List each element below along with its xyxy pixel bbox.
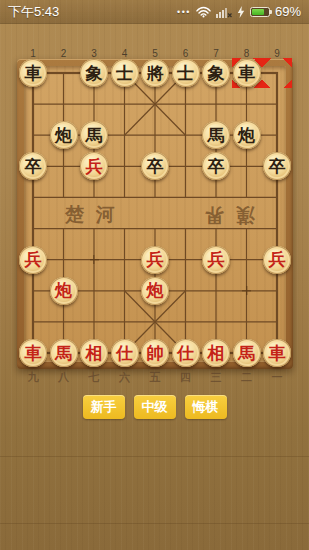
piece-glyph: 兵 — [86, 158, 103, 175]
piece-black-elephant[interactable]: 象 — [80, 59, 108, 87]
file-label: 三 — [208, 370, 224, 385]
piece-glyph: 卒 — [25, 158, 42, 175]
piece-glyph: 卒 — [269, 158, 286, 175]
intermediate-button[interactable]: 中级 — [134, 395, 176, 419]
piece-glyph: 兵 — [269, 251, 286, 268]
piece-glyph: 兵 — [147, 251, 164, 268]
file-label: 一 — [269, 370, 285, 385]
piece-glyph: 車 — [238, 65, 255, 82]
piece-black-cannon[interactable]: 炮 — [50, 121, 78, 149]
river-label-right: 漢界 — [193, 202, 255, 228]
novice-button[interactable]: 新手 — [83, 395, 125, 419]
piece-black-cannon[interactable]: 炮 — [233, 121, 261, 149]
file-label: 九 — [25, 370, 41, 385]
battery-percent: 69% — [275, 4, 301, 19]
file-label: 六 — [117, 370, 133, 385]
piece-glyph: 將 — [147, 65, 164, 82]
file-label: 1 — [25, 48, 41, 59]
xiangqi-board[interactable]: 楚河 漢界 車象士將士象車炮馬馬炮卒兵卒卒卒兵兵兵兵炮炮車馬相仕帥仕相馬車 — [17, 59, 293, 369]
charging-icon — [237, 6, 245, 18]
point-marker — [242, 286, 251, 295]
difficulty-controls: 新手 中级 悔棋 — [0, 395, 309, 419]
file-label: 5 — [147, 48, 163, 59]
file-label: 八 — [56, 370, 72, 385]
battery-icon — [250, 7, 270, 17]
piece-glyph: 帥 — [147, 345, 164, 362]
piece-red-cannon[interactable]: 炮 — [50, 277, 78, 305]
piece-glyph: 馬 — [238, 345, 255, 362]
piece-black-soldier[interactable]: 卒 — [263, 152, 291, 180]
app-screen: 下午5:43 ••• 69% 123456789 — [0, 0, 309, 550]
file-label: 3 — [86, 48, 102, 59]
piece-glyph: 相 — [86, 345, 103, 362]
file-labels-bottom: 九八七六五四三二一 — [0, 370, 309, 383]
piece-black-elephant[interactable]: 象 — [202, 59, 230, 87]
piece-glyph: 象 — [208, 65, 225, 82]
piece-glyph: 炮 — [238, 127, 255, 144]
piece-red-soldier[interactable]: 兵 — [202, 246, 230, 274]
status-bar: 下午5:43 ••• 69% — [0, 0, 309, 24]
file-label: 6 — [178, 48, 194, 59]
piece-black-general[interactable]: 將 — [141, 59, 169, 87]
river-label-left: 楚河 — [65, 202, 127, 228]
piece-black-chariot[interactable]: 車 — [19, 59, 47, 87]
piece-red-horse[interactable]: 馬 — [233, 339, 261, 367]
piece-black-chariot[interactable]: 車 — [233, 59, 261, 87]
piece-red-cannon[interactable]: 炮 — [141, 277, 169, 305]
piece-glyph: 車 — [269, 345, 286, 362]
piece-glyph: 炮 — [55, 127, 72, 144]
piece-red-chariot[interactable]: 車 — [19, 339, 47, 367]
piece-black-advisor[interactable]: 士 — [111, 59, 139, 87]
piece-glyph: 馬 — [208, 127, 225, 144]
piece-glyph: 士 — [177, 65, 194, 82]
undo-button[interactable]: 悔棋 — [185, 395, 227, 419]
piece-red-elephant[interactable]: 相 — [202, 339, 230, 367]
piece-red-advisor[interactable]: 仕 — [172, 339, 200, 367]
piece-glyph: 卒 — [147, 158, 164, 175]
last-move-marker — [262, 58, 292, 88]
piece-red-advisor[interactable]: 仕 — [111, 339, 139, 367]
piece-red-elephant[interactable]: 相 — [80, 339, 108, 367]
wood-seam — [0, 523, 309, 524]
piece-glyph: 馬 — [86, 127, 103, 144]
piece-glyph: 兵 — [208, 251, 225, 268]
piece-glyph: 炮 — [147, 282, 164, 299]
more-icon: ••• — [177, 7, 191, 17]
piece-glyph: 兵 — [25, 251, 42, 268]
point-marker — [90, 255, 99, 264]
piece-glyph: 象 — [86, 65, 103, 82]
piece-red-chariot[interactable]: 車 — [263, 339, 291, 367]
battery-fill — [252, 9, 264, 15]
piece-glyph: 士 — [116, 65, 133, 82]
piece-glyph: 馬 — [55, 345, 72, 362]
piece-glyph: 仕 — [177, 345, 194, 362]
piece-glyph: 炮 — [55, 282, 72, 299]
piece-glyph: 仕 — [116, 345, 133, 362]
signal-strength-icon — [216, 6, 232, 18]
status-icons: ••• 69% — [177, 4, 301, 19]
file-label: 五 — [147, 370, 163, 385]
piece-red-horse[interactable]: 馬 — [50, 339, 78, 367]
piece-red-soldier[interactable]: 兵 — [141, 246, 169, 274]
file-label: 7 — [208, 48, 224, 59]
piece-glyph: 相 — [208, 345, 225, 362]
piece-black-advisor[interactable]: 士 — [172, 59, 200, 87]
wifi-icon — [196, 6, 211, 18]
wood-seam — [0, 456, 309, 457]
piece-glyph: 車 — [25, 345, 42, 362]
piece-glyph: 卒 — [208, 158, 225, 175]
clock: 下午5:43 — [8, 3, 59, 21]
file-label: 七 — [86, 370, 102, 385]
piece-red-soldier[interactable]: 兵 — [263, 246, 291, 274]
file-label: 二 — [239, 370, 255, 385]
file-label: 4 — [117, 48, 133, 59]
file-label: 四 — [178, 370, 194, 385]
piece-red-soldier[interactable]: 兵 — [19, 246, 47, 274]
piece-glyph: 車 — [25, 65, 42, 82]
piece-red-general[interactable]: 帥 — [141, 339, 169, 367]
file-label: 2 — [56, 48, 72, 59]
